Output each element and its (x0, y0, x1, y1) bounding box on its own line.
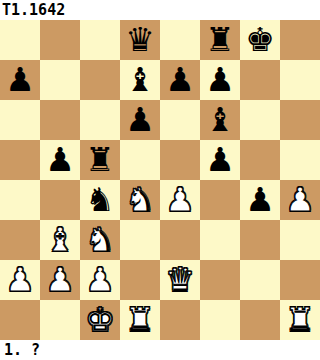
square-g2[interactable] (240, 260, 280, 300)
square-d2[interactable] (120, 260, 160, 300)
square-f5[interactable]: ♟ (200, 140, 240, 180)
square-d7[interactable]: ♝ (120, 60, 160, 100)
square-c1[interactable]: ♚ (80, 300, 120, 340)
square-c2[interactable]: ♟ (80, 260, 120, 300)
square-h4[interactable]: ♟ (280, 180, 320, 220)
square-e4[interactable]: ♟ (160, 180, 200, 220)
square-a2[interactable]: ♟ (0, 260, 40, 300)
black-pawn-g4: ♟ (245, 180, 275, 220)
white-pawn-b2: ♟ (45, 260, 75, 300)
square-a6[interactable] (0, 100, 40, 140)
square-e6[interactable] (160, 100, 200, 140)
square-c3[interactable]: ♞ (80, 220, 120, 260)
square-g1[interactable] (240, 300, 280, 340)
square-g8[interactable]: ♚ (240, 20, 280, 60)
square-b7[interactable] (40, 60, 80, 100)
square-b5[interactable]: ♟ (40, 140, 80, 180)
square-h5[interactable] (280, 140, 320, 180)
black-knight-c4: ♞ (85, 180, 115, 220)
black-bishop-d7: ♝ (125, 60, 155, 100)
white-pawn-a2: ♟ (5, 260, 35, 300)
black-queen-d8: ♛ (125, 20, 155, 60)
square-e1[interactable] (160, 300, 200, 340)
square-f3[interactable] (200, 220, 240, 260)
status-bar: 1. ? (0, 340, 320, 360)
square-a3[interactable] (0, 220, 40, 260)
square-g6[interactable] (240, 100, 280, 140)
white-knight-d4: ♞ (125, 180, 155, 220)
black-bishop-f6: ♝ (205, 100, 235, 140)
square-a1[interactable] (0, 300, 40, 340)
white-queen-e2: ♛ (165, 260, 195, 300)
square-e2[interactable]: ♛ (160, 260, 200, 300)
white-rook-h1: ♜ (285, 300, 315, 340)
square-d3[interactable] (120, 220, 160, 260)
square-a5[interactable] (0, 140, 40, 180)
square-h6[interactable] (280, 100, 320, 140)
square-h7[interactable] (280, 60, 320, 100)
square-d1[interactable]: ♜ (120, 300, 160, 340)
square-h8[interactable] (280, 20, 320, 60)
white-pawn-h4: ♟ (285, 180, 315, 220)
square-d8[interactable]: ♛ (120, 20, 160, 60)
square-g3[interactable] (240, 220, 280, 260)
square-e7[interactable]: ♟ (160, 60, 200, 100)
square-f6[interactable]: ♝ (200, 100, 240, 140)
square-b3[interactable]: ♝ (40, 220, 80, 260)
square-d4[interactable]: ♞ (120, 180, 160, 220)
square-g4[interactable]: ♟ (240, 180, 280, 220)
square-f4[interactable] (200, 180, 240, 220)
square-f7[interactable]: ♟ (200, 60, 240, 100)
square-c8[interactable] (80, 20, 120, 60)
square-g7[interactable] (240, 60, 280, 100)
square-e3[interactable] (160, 220, 200, 260)
white-bishop-b3: ♝ (45, 220, 75, 260)
white-pawn-e4: ♟ (165, 180, 195, 220)
black-pawn-d6: ♟ (125, 100, 155, 140)
black-pawn-b5: ♟ (45, 140, 75, 180)
black-king-g8: ♚ (245, 20, 275, 60)
puzzle-title: T1.1642 (0, 0, 65, 20)
square-a7[interactable]: ♟ (0, 60, 40, 100)
square-c7[interactable] (80, 60, 120, 100)
black-pawn-e7: ♟ (165, 60, 195, 100)
square-f8[interactable]: ♜ (200, 20, 240, 60)
black-rook-c5: ♜ (85, 140, 115, 180)
title-bar: T1.1642 (0, 0, 320, 20)
square-b1[interactable] (40, 300, 80, 340)
square-c5[interactable]: ♜ (80, 140, 120, 180)
black-rook-f8: ♜ (205, 20, 235, 60)
white-rook-d1: ♜ (125, 300, 155, 340)
square-b6[interactable] (40, 100, 80, 140)
square-b4[interactable] (40, 180, 80, 220)
square-b2[interactable]: ♟ (40, 260, 80, 300)
square-e5[interactable] (160, 140, 200, 180)
white-king-c1: ♚ (85, 300, 115, 340)
square-a4[interactable] (0, 180, 40, 220)
square-c6[interactable] (80, 100, 120, 140)
square-b8[interactable] (40, 20, 80, 60)
square-g5[interactable] (240, 140, 280, 180)
square-f2[interactable] (200, 260, 240, 300)
black-pawn-f5: ♟ (205, 140, 235, 180)
square-d5[interactable] (120, 140, 160, 180)
square-h1[interactable]: ♜ (280, 300, 320, 340)
chess-board: ♛♜♚♟♝♟♟♟♝♟♜♟♞♞♟♟♟♝♞♟♟♟♛♚♜♜ (0, 20, 320, 340)
square-h2[interactable] (280, 260, 320, 300)
square-f1[interactable] (200, 300, 240, 340)
square-d6[interactable]: ♟ (120, 100, 160, 140)
white-knight-c3: ♞ (85, 220, 115, 260)
move-prompt: 1. ? (0, 340, 40, 360)
square-c4[interactable]: ♞ (80, 180, 120, 220)
white-pawn-c2: ♟ (85, 260, 115, 300)
black-pawn-f7: ♟ (205, 60, 235, 100)
square-a8[interactable] (0, 20, 40, 60)
black-pawn-a7: ♟ (5, 60, 35, 100)
square-e8[interactable] (160, 20, 200, 60)
square-h3[interactable] (280, 220, 320, 260)
